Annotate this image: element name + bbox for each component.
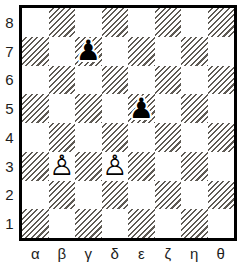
square-d4[interactable] <box>102 123 129 152</box>
rank-label-5: 5 <box>0 94 19 123</box>
square-f3[interactable] <box>155 152 182 181</box>
square-b8[interactable] <box>49 8 76 37</box>
square-e5[interactable]: ♟ <box>128 94 155 123</box>
square-b1[interactable] <box>49 209 76 238</box>
square-e4[interactable] <box>128 123 155 152</box>
square-c1[interactable] <box>75 209 102 238</box>
rank-label-4: 4 <box>0 123 19 152</box>
file-label-c: γ <box>75 242 102 264</box>
square-a4[interactable] <box>22 123 49 152</box>
square-c5[interactable] <box>75 94 102 123</box>
file-label-h: θ <box>208 242 235 264</box>
square-d8[interactable] <box>102 8 129 37</box>
square-d5[interactable] <box>102 94 129 123</box>
square-c3[interactable] <box>75 152 102 181</box>
rank-label-2: 2 <box>0 181 19 210</box>
square-b4[interactable] <box>49 123 76 152</box>
square-d6[interactable] <box>102 66 129 95</box>
square-f4[interactable] <box>155 123 182 152</box>
file-label-d: δ <box>102 242 129 264</box>
square-a7[interactable] <box>22 37 49 66</box>
square-b7[interactable] <box>49 37 76 66</box>
square-g6[interactable] <box>181 66 208 95</box>
square-a5[interactable] <box>22 94 49 123</box>
square-a1[interactable] <box>22 209 49 238</box>
square-g1[interactable] <box>181 209 208 238</box>
white-pawn[interactable]: ♙ <box>102 152 129 181</box>
square-f5[interactable] <box>155 94 182 123</box>
file-label-f: ζ <box>155 242 182 264</box>
square-f8[interactable] <box>155 8 182 37</box>
square-g4[interactable] <box>181 123 208 152</box>
square-e6[interactable] <box>128 66 155 95</box>
rank-label-3: 3 <box>0 152 19 181</box>
file-labels: αβγδεζηθ <box>22 242 234 264</box>
square-c7[interactable]: ♟ <box>75 37 102 66</box>
square-b5[interactable] <box>49 94 76 123</box>
chess-diagram: 87654321 ♟♟♙♙ αβγδεζηθ <box>0 0 246 265</box>
rank-labels: 87654321 <box>0 8 19 238</box>
square-c2[interactable] <box>75 181 102 210</box>
square-h3[interactable] <box>208 152 235 181</box>
square-a8[interactable] <box>22 8 49 37</box>
square-d1[interactable] <box>102 209 129 238</box>
square-d2[interactable] <box>102 181 129 210</box>
square-h4[interactable] <box>208 123 235 152</box>
square-h1[interactable] <box>208 209 235 238</box>
rank-label-6: 6 <box>0 66 19 95</box>
file-label-g: η <box>181 242 208 264</box>
square-g7[interactable] <box>181 37 208 66</box>
square-f1[interactable] <box>155 209 182 238</box>
square-g3[interactable] <box>181 152 208 181</box>
rank-label-8: 8 <box>0 8 19 37</box>
rank-label-7: 7 <box>0 37 19 66</box>
square-f7[interactable] <box>155 37 182 66</box>
white-pawn[interactable]: ♙ <box>49 152 76 181</box>
square-a2[interactable] <box>22 181 49 210</box>
square-c8[interactable] <box>75 8 102 37</box>
square-b2[interactable] <box>49 181 76 210</box>
square-d3[interactable]: ♙ <box>102 152 129 181</box>
rank-label-1: 1 <box>0 209 19 238</box>
square-f6[interactable] <box>155 66 182 95</box>
square-e7[interactable] <box>128 37 155 66</box>
square-e3[interactable] <box>128 152 155 181</box>
file-label-b: β <box>49 242 76 264</box>
square-e2[interactable] <box>128 181 155 210</box>
file-label-e: ε <box>128 242 155 264</box>
square-c4[interactable] <box>75 123 102 152</box>
square-h8[interactable] <box>208 8 235 37</box>
square-c6[interactable] <box>75 66 102 95</box>
square-g2[interactable] <box>181 181 208 210</box>
square-e1[interactable] <box>128 209 155 238</box>
square-h6[interactable] <box>208 66 235 95</box>
square-b3[interactable]: ♙ <box>49 152 76 181</box>
square-a3[interactable] <box>22 152 49 181</box>
square-h2[interactable] <box>208 181 235 210</box>
square-h5[interactable] <box>208 94 235 123</box>
square-g8[interactable] <box>181 8 208 37</box>
square-a6[interactable] <box>22 66 49 95</box>
file-label-a: α <box>22 242 49 264</box>
square-e8[interactable] <box>128 8 155 37</box>
square-b6[interactable] <box>49 66 76 95</box>
square-d7[interactable] <box>102 37 129 66</box>
chess-board: ♟♟♙♙ <box>19 5 237 241</box>
black-pawn[interactable]: ♟ <box>75 37 102 66</box>
square-f2[interactable] <box>155 181 182 210</box>
black-pawn[interactable]: ♟ <box>128 94 155 123</box>
square-g5[interactable] <box>181 94 208 123</box>
square-h7[interactable] <box>208 37 235 66</box>
